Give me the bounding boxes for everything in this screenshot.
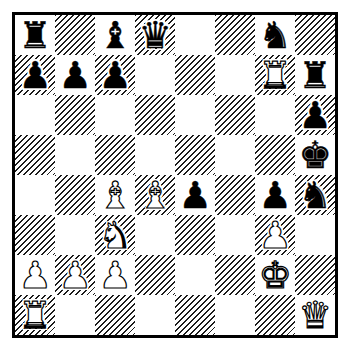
square-d7[interactable] — [135, 55, 175, 95]
square-g4[interactable]: ♟ — [255, 175, 295, 215]
square-a1[interactable]: ♜ — [15, 295, 55, 335]
piece-white-rook: ♜ — [258, 57, 291, 94]
square-e2[interactable] — [175, 255, 215, 295]
square-h8[interactable] — [295, 15, 335, 55]
piece-black-pawn: ♟ — [58, 57, 91, 94]
square-b6[interactable] — [55, 95, 95, 135]
square-g3[interactable]: ♟ — [255, 215, 295, 255]
square-f3[interactable] — [215, 215, 255, 255]
square-d1[interactable] — [135, 295, 175, 335]
piece-white-knight: ♞ — [98, 217, 131, 254]
square-e3[interactable] — [175, 215, 215, 255]
piece-white-bishop: ♝ — [138, 177, 171, 214]
square-d3[interactable] — [135, 215, 175, 255]
square-d8[interactable]: ♛ — [135, 15, 175, 55]
square-b8[interactable] — [55, 15, 95, 55]
square-a3[interactable] — [15, 215, 55, 255]
piece-black-pawn: ♟ — [298, 97, 331, 134]
piece-black-pawn: ♟ — [178, 177, 211, 214]
square-c4[interactable]: ♝ — [95, 175, 135, 215]
piece-white-bishop: ♝ — [98, 177, 131, 214]
square-e8[interactable] — [175, 15, 215, 55]
square-f7[interactable] — [215, 55, 255, 95]
square-a5[interactable] — [15, 135, 55, 175]
square-f4[interactable] — [215, 175, 255, 215]
square-h3[interactable] — [295, 215, 335, 255]
square-d2[interactable] — [135, 255, 175, 295]
piece-white-pawn: ♟ — [98, 257, 131, 294]
square-c1[interactable] — [95, 295, 135, 335]
piece-black-rook: ♜ — [18, 17, 51, 54]
piece-black-knight: ♞ — [298, 177, 331, 214]
square-b1[interactable] — [55, 295, 95, 335]
piece-black-bishop: ♝ — [98, 17, 131, 54]
square-g1[interactable] — [255, 295, 295, 335]
square-c5[interactable] — [95, 135, 135, 175]
square-c2[interactable]: ♟ — [95, 255, 135, 295]
square-h4[interactable]: ♞ — [295, 175, 335, 215]
square-g6[interactable] — [255, 95, 295, 135]
square-h5[interactable]: ♚ — [295, 135, 335, 175]
square-f5[interactable] — [215, 135, 255, 175]
square-c6[interactable] — [95, 95, 135, 135]
square-e5[interactable] — [175, 135, 215, 175]
square-d5[interactable] — [135, 135, 175, 175]
square-c8[interactable]: ♝ — [95, 15, 135, 55]
piece-black-pawn: ♟ — [98, 57, 131, 94]
square-a6[interactable] — [15, 95, 55, 135]
square-a7[interactable]: ♟ — [15, 55, 55, 95]
square-c3[interactable]: ♞ — [95, 215, 135, 255]
square-c7[interactable]: ♟ — [95, 55, 135, 95]
piece-white-pawn: ♟ — [18, 257, 51, 294]
piece-black-rook: ♜ — [298, 57, 331, 94]
piece-black-knight: ♞ — [258, 17, 291, 54]
piece-black-king: ♚ — [298, 137, 331, 174]
piece-white-queen: ♛ — [298, 297, 331, 334]
square-g2[interactable]: ♚ — [255, 255, 295, 295]
square-f1[interactable] — [215, 295, 255, 335]
square-g5[interactable] — [255, 135, 295, 175]
square-a4[interactable] — [15, 175, 55, 215]
square-f8[interactable] — [215, 15, 255, 55]
square-b2[interactable]: ♟ — [55, 255, 95, 295]
square-e6[interactable] — [175, 95, 215, 135]
square-b4[interactable] — [55, 175, 95, 215]
square-d6[interactable] — [135, 95, 175, 135]
square-h7[interactable]: ♜ — [295, 55, 335, 95]
square-a2[interactable]: ♟ — [15, 255, 55, 295]
piece-black-pawn: ♟ — [258, 177, 291, 214]
chess-board: ♜♝♛♞♟♟♟♜♜♟♚♝♝♟♟♞♞♟♟♟♟♚♜♛ — [12, 12, 338, 338]
piece-black-queen: ♛ — [138, 17, 171, 54]
square-e7[interactable] — [175, 55, 215, 95]
square-e4[interactable]: ♟ — [175, 175, 215, 215]
square-e1[interactable] — [175, 295, 215, 335]
square-d4[interactable]: ♝ — [135, 175, 175, 215]
piece-white-pawn: ♟ — [258, 217, 291, 254]
square-g8[interactable]: ♞ — [255, 15, 295, 55]
square-h1[interactable]: ♛ — [295, 295, 335, 335]
square-h2[interactable] — [295, 255, 335, 295]
square-b3[interactable] — [55, 215, 95, 255]
square-b5[interactable] — [55, 135, 95, 175]
piece-white-king: ♚ — [258, 257, 291, 294]
piece-white-rook: ♜ — [18, 297, 51, 334]
piece-white-pawn: ♟ — [58, 257, 91, 294]
square-g7[interactable]: ♜ — [255, 55, 295, 95]
square-f2[interactable] — [215, 255, 255, 295]
square-a8[interactable]: ♜ — [15, 15, 55, 55]
piece-black-pawn: ♟ — [18, 57, 51, 94]
square-b7[interactable]: ♟ — [55, 55, 95, 95]
square-f6[interactable] — [215, 95, 255, 135]
square-h6[interactable]: ♟ — [295, 95, 335, 135]
